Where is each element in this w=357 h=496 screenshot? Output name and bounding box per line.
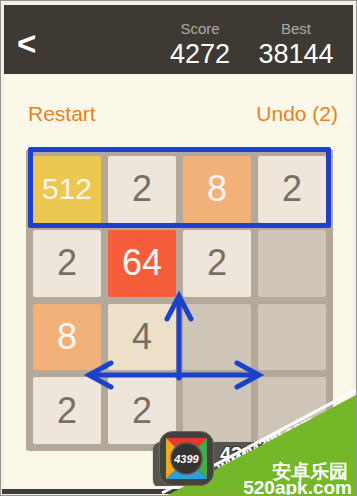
4399-app-icon: 4399 <box>159 431 214 486</box>
tile-r2c0: 8 <box>33 304 101 371</box>
tile-r0c0: 512 <box>33 156 101 223</box>
score-label: Score <box>154 20 246 37</box>
tile-r1c1: 64 <box>108 230 176 297</box>
best-label: Best <box>250 20 342 37</box>
tile-r1c2: 2 <box>183 230 251 297</box>
back-button[interactable]: < <box>17 27 36 60</box>
best-box: Best 38144 <box>250 20 342 69</box>
ribbon-text-site-url: 520apk.com <box>243 477 352 496</box>
best-value: 38144 <box>250 39 342 69</box>
app-screen: < Score 4272 Best 38144 Restart Undo (2)… <box>0 0 357 496</box>
tile-r1c3 <box>258 230 326 297</box>
tile-r2c3 <box>258 304 326 371</box>
tile-r1c0: 2 <box>33 230 101 297</box>
tile-r0c3: 2 <box>258 156 326 223</box>
tile-r3c0: 2 <box>33 377 101 444</box>
tile-r0c1: 2 <box>108 156 176 223</box>
score-box: Score 4272 <box>154 20 246 69</box>
score-value: 4272 <box>154 39 246 69</box>
tile-r2c2 <box>183 304 251 371</box>
restart-button[interactable]: Restart <box>28 102 96 126</box>
header-bar: < Score 4272 Best 38144 <box>4 5 353 74</box>
tile-r2c1: 4 <box>108 304 176 371</box>
undo-button[interactable]: Undo (2) <box>256 102 338 126</box>
tile-r0c2: 8 <box>183 156 251 223</box>
board[interactable]: 512 2 8 2 2 64 2 8 4 2 2 <box>26 149 333 451</box>
svg-text:4399: 4399 <box>173 453 199 465</box>
